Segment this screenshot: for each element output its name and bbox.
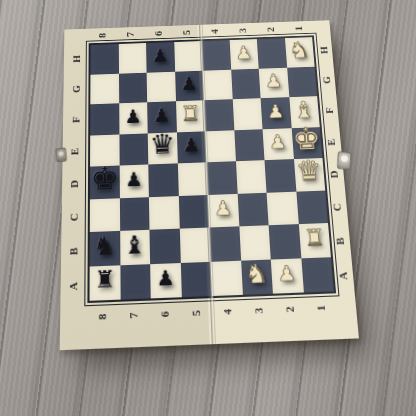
- rank-label: 1: [294, 26, 305, 31]
- white-pawn-e2[interactable]: ♟: [268, 132, 287, 151]
- square-b4[interactable]: [209, 226, 241, 261]
- square-d3[interactable]: [235, 160, 266, 193]
- square-g6[interactable]: [147, 71, 176, 102]
- square-h3[interactable]: ♟: [229, 39, 259, 69]
- square-h8[interactable]: [90, 44, 118, 74]
- square-f4[interactable]: [204, 99, 234, 131]
- white-pawn-a2[interactable]: ♟: [277, 263, 297, 284]
- file-label: A: [68, 281, 79, 290]
- rank-label: 3: [238, 28, 249, 33]
- black-pawn-f7[interactable]: ♟: [124, 106, 142, 125]
- square-c3[interactable]: [237, 192, 268, 226]
- square-c6[interactable]: [149, 196, 179, 230]
- file-label: G: [321, 76, 332, 84]
- square-e7[interactable]: [119, 133, 148, 166]
- chess-board: 87654321 87654321 HGFEDCBA HGFEDCBA ♟♟♞♟…: [60, 20, 359, 350]
- square-a7[interactable]: [120, 264, 151, 300]
- file-label: C: [69, 213, 80, 221]
- square-h2[interactable]: [257, 38, 287, 68]
- square-a5[interactable]: [180, 261, 212, 297]
- square-f8[interactable]: [90, 103, 119, 135]
- white-rook-b1[interactable]: ♜: [303, 226, 326, 250]
- white-pawn-c4[interactable]: ♟: [214, 198, 233, 218]
- file-label: H: [71, 55, 81, 63]
- rank-label: 6: [154, 31, 164, 36]
- square-e3[interactable]: [234, 129, 265, 161]
- square-c2[interactable]: [267, 191, 299, 225]
- black-bishop-b7[interactable]: ♝: [123, 231, 146, 257]
- black-queen-e6[interactable]: ♛: [149, 131, 175, 159]
- black-knight-b8[interactable]: ♞: [93, 232, 116, 258]
- white-queen-d1[interactable]: ♛: [295, 157, 323, 186]
- black-pawn-e5[interactable]: ♟: [182, 135, 200, 154]
- rank-label: 7: [126, 32, 136, 37]
- rank-label: 1: [316, 305, 328, 311]
- square-h1[interactable]: ♞: [284, 37, 314, 67]
- rank-label: 3: [254, 307, 266, 313]
- white-pawn-h3[interactable]: ♟: [235, 43, 253, 61]
- file-label: E: [326, 138, 337, 145]
- square-g3[interactable]: [231, 68, 261, 99]
- rank-label: 4: [222, 309, 234, 315]
- square-g7[interactable]: [119, 72, 148, 103]
- square-e4[interactable]: [205, 130, 235, 162]
- board-hinge-metal: [55, 147, 67, 163]
- board-clasp-latch[interactable]: [337, 151, 352, 170]
- rank-label: 4: [210, 29, 221, 34]
- file-label: E: [70, 147, 81, 154]
- square-c8[interactable]: [90, 198, 120, 232]
- square-h5[interactable]: [174, 41, 203, 71]
- file-label: F: [70, 116, 81, 123]
- square-f7[interactable]: ♟: [119, 102, 148, 134]
- square-b7[interactable]: ♝: [120, 230, 150, 265]
- file-label: B: [69, 247, 80, 255]
- square-b8[interactable]: ♞: [90, 231, 120, 266]
- black-pawn-h6[interactable]: ♟: [152, 46, 169, 64]
- square-f2[interactable]: ♟: [261, 97, 292, 129]
- rank-label: 7: [129, 312, 141, 318]
- square-b1[interactable]: ♜: [298, 223, 331, 258]
- black-pawn-a6[interactable]: ♟: [156, 267, 175, 288]
- square-d7[interactable]: ♟: [119, 164, 149, 197]
- rank-label: 5: [182, 30, 192, 35]
- square-a4[interactable]: [210, 260, 242, 296]
- square-a3[interactable]: ♞: [241, 259, 273, 295]
- square-g1[interactable]: [287, 66, 317, 97]
- file-labels-left: HGFEDCBA: [60, 43, 88, 304]
- black-king-d8[interactable]: ♚: [90, 163, 119, 195]
- square-a8[interactable]: ♜: [90, 265, 121, 301]
- square-d8[interactable]: ♚: [90, 166, 119, 199]
- square-g4[interactable]: [203, 69, 233, 100]
- black-pawn-d7[interactable]: ♟: [125, 169, 143, 189]
- white-bishop-f1[interactable]: ♝: [292, 97, 315, 121]
- square-d2[interactable]: [264, 159, 295, 192]
- rank-label: 8: [98, 33, 108, 38]
- white-knight-h1[interactable]: ♞: [288, 38, 311, 60]
- square-a1[interactable]: [301, 257, 334, 293]
- file-label: C: [332, 203, 344, 211]
- file-label: H: [318, 46, 329, 54]
- white-knight-a3[interactable]: ♞: [244, 260, 268, 287]
- square-b5[interactable]: [179, 228, 210, 263]
- white-king-e1[interactable]: ♚: [291, 124, 321, 155]
- black-pawn-g5[interactable]: ♟: [180, 74, 198, 92]
- square-b3[interactable]: [239, 225, 271, 260]
- square-e6[interactable]: ♛: [148, 132, 178, 165]
- file-label: F: [323, 107, 334, 114]
- square-a6[interactable]: ♟: [150, 263, 181, 299]
- square-d1[interactable]: ♛: [293, 158, 325, 191]
- square-d6[interactable]: [148, 163, 178, 196]
- rank-label: 2: [266, 27, 277, 32]
- square-e5[interactable]: ♟: [176, 131, 206, 163]
- square-g2[interactable]: ♟: [259, 67, 289, 98]
- black-rook-a8[interactable]: ♜: [94, 268, 115, 293]
- file-label: B: [335, 237, 347, 245]
- file-label: D: [70, 179, 81, 187]
- square-d5[interactable]: [177, 162, 207, 195]
- square-c1[interactable]: [296, 190, 328, 224]
- square-b2[interactable]: [269, 224, 301, 259]
- square-c5[interactable]: [178, 195, 209, 229]
- rank-label: 8: [97, 314, 109, 320]
- square-f3[interactable]: [232, 98, 262, 130]
- square-c7[interactable]: [119, 197, 149, 231]
- square-f5[interactable]: ♜: [176, 100, 206, 132]
- square-g5[interactable]: ♟: [175, 70, 204, 101]
- square-h7[interactable]: [118, 43, 146, 73]
- square-g8[interactable]: [90, 73, 118, 104]
- square-c4[interactable]: ♟: [208, 193, 239, 227]
- file-label: A: [338, 271, 350, 280]
- square-h6[interactable]: ♟: [146, 42, 175, 72]
- square-h4[interactable]: [201, 40, 230, 70]
- square-b6[interactable]: [149, 229, 180, 264]
- rank-label: 6: [160, 311, 172, 317]
- rank-label: 2: [285, 306, 297, 312]
- white-pawn-f2[interactable]: ♟: [266, 101, 285, 120]
- square-e2[interactable]: ♟: [263, 128, 294, 160]
- white-pawn-g2[interactable]: ♟: [264, 71, 282, 89]
- file-label: G: [71, 85, 82, 93]
- black-pawn-f6[interactable]: ♟: [153, 105, 171, 124]
- square-d4[interactable]: [206, 161, 237, 194]
- rank-label: 5: [191, 310, 203, 316]
- square-a2[interactable]: ♟: [271, 258, 304, 294]
- white-rook-f5[interactable]: ♜: [180, 103, 201, 125]
- file-label: D: [329, 170, 341, 178]
